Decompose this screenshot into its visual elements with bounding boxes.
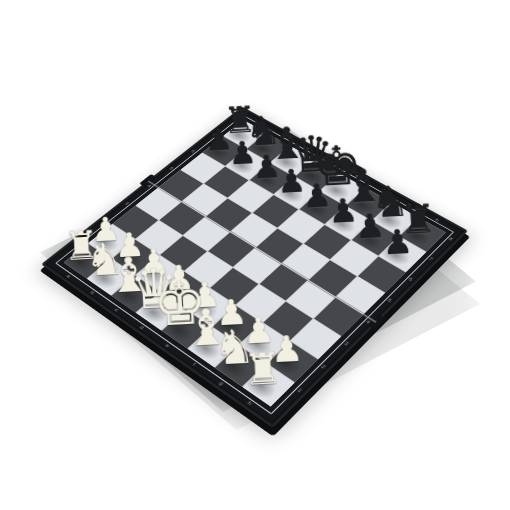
white-rook-glyph: ♜: [228, 345, 297, 392]
black-pawn-glyph: ♟: [366, 224, 429, 261]
chess-board: abcdefgh abcdefgh 87654321 87654321 ♜♞♝♛…: [41, 106, 468, 427]
product-photo: abcdefgh abcdefgh 87654321 87654321 ♜♞♝♛…: [0, 0, 510, 510]
board-field: ♜♞♝♛♚♝♞♜♟♟♟♟♟♟♟♟♟♟♟♟♟♟♟♟♜♞♝♛♚♝♞♜: [64, 120, 446, 407]
scene: abcdefgh abcdefgh 87654321 87654321 ♜♞♝♛…: [0, 0, 510, 510]
